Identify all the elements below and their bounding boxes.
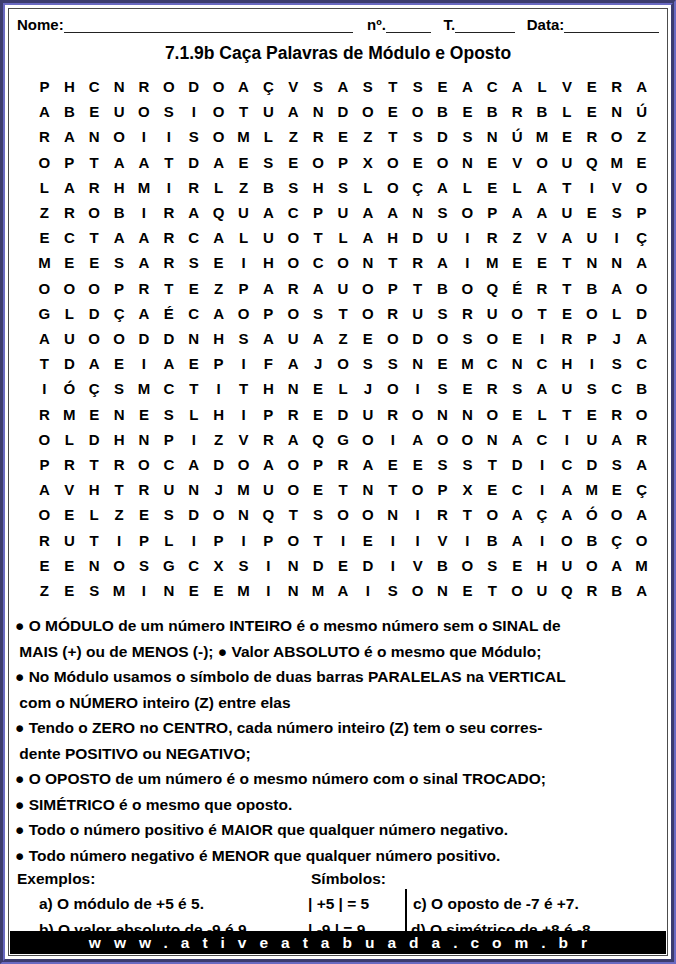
page-frame: Nome: nº. T. Data: 7.1.9b Caça Palavras … <box>0 0 676 964</box>
symbol-modulo-plus5: | +5 | = 5 <box>308 895 369 913</box>
symbols-heading: Símbolos: <box>311 870 386 888</box>
worksheet: Nome: nº. T. Data: 7.1.9b Caça Palavras … <box>8 8 668 956</box>
examples-section: Exemplos: Símbolos: a) O módulo de +5 é … <box>9 9 667 955</box>
site-url: www.ativeatabuada.com.br <box>76 934 600 952</box>
example-a: a) O módulo de +5 é 5. <box>39 895 204 913</box>
footer-bar: www.ativeatabuada.com.br <box>10 931 666 954</box>
example-c: c) O oposto de -7 é +7. <box>413 895 579 913</box>
examples-heading: Exemplos: <box>17 870 95 888</box>
